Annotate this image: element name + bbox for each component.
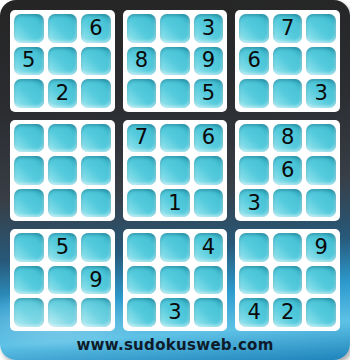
box-2-3: 863 xyxy=(235,120,340,222)
cell-r5c5[interactable] xyxy=(160,156,190,185)
cell-r3c5[interactable] xyxy=(160,79,190,108)
cell-r8c2[interactable] xyxy=(48,266,78,295)
cell-r3c9[interactable]: 3 xyxy=(306,79,336,108)
cell-r3c6[interactable]: 5 xyxy=(194,79,224,108)
cell-r6c8[interactable] xyxy=(273,189,303,218)
cell-r6c1[interactable] xyxy=(14,189,44,218)
box-1-1: 652 xyxy=(10,10,115,112)
cell-r5c7[interactable] xyxy=(239,156,269,185)
cell-r6c5[interactable]: 1 xyxy=(160,189,190,218)
cell-r2c5[interactable] xyxy=(160,47,190,76)
cell-r4c3[interactable] xyxy=(81,124,111,153)
cell-r7c3[interactable] xyxy=(81,233,111,262)
cell-r1c3[interactable]: 6 xyxy=(81,14,111,43)
box-1-3: 763 xyxy=(235,10,340,112)
cell-r7c6[interactable]: 4 xyxy=(194,233,224,262)
cell-r5c9[interactable] xyxy=(306,156,336,185)
cell-r2c7[interactable]: 6 xyxy=(239,47,269,76)
cell-r4c5[interactable] xyxy=(160,124,190,153)
cell-r8c6[interactable] xyxy=(194,266,224,295)
cell-r5c1[interactable] xyxy=(14,156,44,185)
cell-r7c4[interactable] xyxy=(127,233,157,262)
cell-r9c8[interactable]: 2 xyxy=(273,298,303,327)
cell-r7c1[interactable] xyxy=(14,233,44,262)
cell-r9c7[interactable]: 4 xyxy=(239,298,269,327)
website-url: www.sudokusweb.com xyxy=(0,333,350,357)
cell-r9c4[interactable] xyxy=(127,298,157,327)
cell-r4c4[interactable]: 7 xyxy=(127,124,157,153)
cell-r2c2[interactable] xyxy=(48,47,78,76)
cell-r2c4[interactable]: 8 xyxy=(127,47,157,76)
cell-r1c8[interactable]: 7 xyxy=(273,14,303,43)
cell-r6c6[interactable] xyxy=(194,189,224,218)
cell-r7c9[interactable]: 9 xyxy=(306,233,336,262)
cell-r4c8[interactable]: 8 xyxy=(273,124,303,153)
cell-r5c3[interactable] xyxy=(81,156,111,185)
cell-r8c9[interactable] xyxy=(306,266,336,295)
cell-r1c1[interactable] xyxy=(14,14,44,43)
cell-r3c7[interactable] xyxy=(239,79,269,108)
cell-r2c3[interactable] xyxy=(81,47,111,76)
cell-r9c3[interactable] xyxy=(81,298,111,327)
sudoku-grid: 65238957637618635943942 xyxy=(10,10,340,331)
cell-r4c7[interactable] xyxy=(239,124,269,153)
cell-r8c8[interactable] xyxy=(273,266,303,295)
cell-r9c9[interactable] xyxy=(306,298,336,327)
cell-r9c2[interactable] xyxy=(48,298,78,327)
cell-r6c7[interactable]: 3 xyxy=(239,189,269,218)
sudoku-board-frame: 65238957637618635943942 www.sudokusweb.c… xyxy=(0,0,350,360)
cell-r2c8[interactable] xyxy=(273,47,303,76)
cell-r1c7[interactable] xyxy=(239,14,269,43)
cell-r4c1[interactable] xyxy=(14,124,44,153)
cell-r5c6[interactable] xyxy=(194,156,224,185)
cell-r6c3[interactable] xyxy=(81,189,111,218)
cell-r1c5[interactable] xyxy=(160,14,190,43)
cell-r8c5[interactable] xyxy=(160,266,190,295)
cell-r3c1[interactable] xyxy=(14,79,44,108)
cell-r7c8[interactable] xyxy=(273,233,303,262)
box-2-1 xyxy=(10,120,115,222)
cell-r5c4[interactable] xyxy=(127,156,157,185)
cell-r4c6[interactable]: 6 xyxy=(194,124,224,153)
cell-r2c1[interactable]: 5 xyxy=(14,47,44,76)
cell-r6c4[interactable] xyxy=(127,189,157,218)
cell-r1c2[interactable] xyxy=(48,14,78,43)
cell-r9c1[interactable] xyxy=(14,298,44,327)
cell-r7c2[interactable]: 5 xyxy=(48,233,78,262)
cell-r8c3[interactable]: 9 xyxy=(81,266,111,295)
cell-r2c9[interactable] xyxy=(306,47,336,76)
cell-r4c9[interactable] xyxy=(306,124,336,153)
cell-r8c1[interactable] xyxy=(14,266,44,295)
box-2-2: 761 xyxy=(123,120,228,222)
cell-r9c5[interactable]: 3 xyxy=(160,298,190,327)
cell-r5c8[interactable]: 6 xyxy=(273,156,303,185)
cell-r3c4[interactable] xyxy=(127,79,157,108)
cell-r9c6[interactable] xyxy=(194,298,224,327)
cell-r5c2[interactable] xyxy=(48,156,78,185)
cell-r3c3[interactable] xyxy=(81,79,111,108)
cell-r1c9[interactable] xyxy=(306,14,336,43)
cell-r3c8[interactable] xyxy=(273,79,303,108)
cell-r1c6[interactable]: 3 xyxy=(194,14,224,43)
cell-r8c4[interactable] xyxy=(127,266,157,295)
cell-r6c2[interactable] xyxy=(48,189,78,218)
cell-r6c9[interactable] xyxy=(306,189,336,218)
box-3-1: 59 xyxy=(10,229,115,331)
cell-r2c6[interactable]: 9 xyxy=(194,47,224,76)
cell-r3c2[interactable]: 2 xyxy=(48,79,78,108)
cell-r4c2[interactable] xyxy=(48,124,78,153)
box-3-3: 942 xyxy=(235,229,340,331)
box-1-2: 3895 xyxy=(123,10,228,112)
cell-r7c7[interactable] xyxy=(239,233,269,262)
box-3-2: 43 xyxy=(123,229,228,331)
cell-r8c7[interactable] xyxy=(239,266,269,295)
cell-r7c5[interactable] xyxy=(160,233,190,262)
cell-r1c4[interactable] xyxy=(127,14,157,43)
